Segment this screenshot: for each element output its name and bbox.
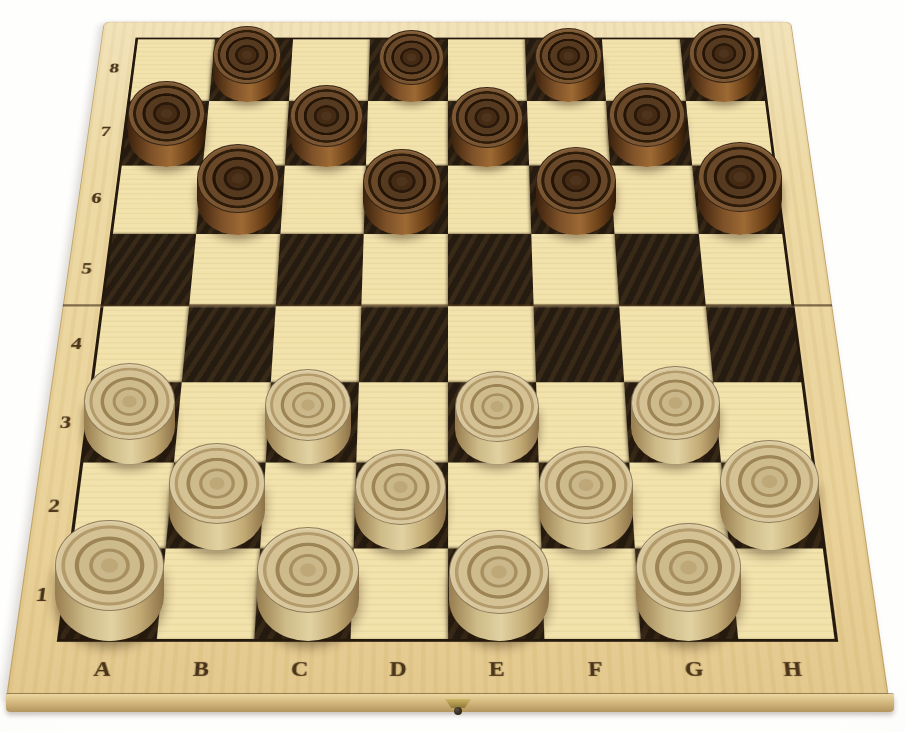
board-wrapper: 87654321 ABCDEFGH <box>0 0 905 732</box>
square-d3[interactable] <box>356 382 447 463</box>
square-c5[interactable] <box>276 234 364 306</box>
board-front-edge <box>6 694 894 712</box>
square-g6[interactable] <box>610 166 698 234</box>
square-g4[interactable] <box>619 306 712 382</box>
square-e6[interactable] <box>448 166 532 234</box>
square-c6[interactable] <box>280 166 366 234</box>
square-h3[interactable] <box>713 382 812 463</box>
checkers-board: 87654321 ABCDEFGH <box>6 22 889 699</box>
square-g8[interactable] <box>602 39 685 100</box>
board-hinge-seam <box>63 304 833 306</box>
square-d1[interactable] <box>351 548 448 639</box>
square-a6[interactable] <box>113 166 203 234</box>
square-e3[interactable] <box>448 382 539 463</box>
square-a1[interactable] <box>61 548 167 639</box>
square-g2[interactable] <box>630 463 729 549</box>
square-a8[interactable] <box>130 39 215 100</box>
square-f2[interactable] <box>539 463 636 549</box>
square-a7[interactable] <box>122 101 210 166</box>
square-h2[interactable] <box>721 463 823 549</box>
square-c3[interactable] <box>265 382 359 463</box>
file-label: H <box>741 645 845 694</box>
square-f6[interactable] <box>529 166 615 234</box>
square-h7[interactable] <box>686 101 774 166</box>
square-h6[interactable] <box>692 166 782 234</box>
file-labels: ABCDEFGH <box>50 645 845 694</box>
file-label: D <box>348 645 447 694</box>
square-d4[interactable] <box>359 306 447 382</box>
square-h4[interactable] <box>705 306 801 382</box>
photo-background: 87654321 ABCDEFGH <box>0 0 905 732</box>
square-b1[interactable] <box>157 548 260 639</box>
file-label: B <box>149 645 252 694</box>
square-d8[interactable] <box>368 39 447 100</box>
square-a5[interactable] <box>104 234 197 306</box>
file-label: F <box>545 645 646 694</box>
square-b6[interactable] <box>197 166 285 234</box>
square-e7[interactable] <box>448 101 529 166</box>
square-g1[interactable] <box>635 548 738 639</box>
square-a2[interactable] <box>72 463 174 549</box>
square-c7[interactable] <box>285 101 369 166</box>
square-g7[interactable] <box>606 101 692 166</box>
square-d5[interactable] <box>362 234 448 306</box>
square-c2[interactable] <box>260 463 357 549</box>
file-label: A <box>50 645 154 694</box>
square-e4[interactable] <box>448 306 536 382</box>
square-g5[interactable] <box>615 234 706 306</box>
file-label: G <box>643 645 746 694</box>
square-e2[interactable] <box>448 463 542 549</box>
square-e1[interactable] <box>448 548 545 639</box>
square-h8[interactable] <box>680 39 765 100</box>
square-b2[interactable] <box>166 463 265 549</box>
board-grid <box>57 38 838 642</box>
square-b3[interactable] <box>174 382 270 463</box>
square-e8[interactable] <box>448 39 527 100</box>
file-label: E <box>448 645 547 694</box>
square-b5[interactable] <box>190 234 281 306</box>
latch-pin <box>454 707 462 715</box>
file-label: C <box>249 645 350 694</box>
square-f3[interactable] <box>536 382 630 463</box>
square-h1[interactable] <box>729 548 835 639</box>
square-c1[interactable] <box>254 548 354 639</box>
square-f1[interactable] <box>541 548 641 639</box>
square-a3[interactable] <box>83 382 182 463</box>
square-g3[interactable] <box>624 382 720 463</box>
square-c8[interactable] <box>289 39 370 100</box>
square-b4[interactable] <box>182 306 275 382</box>
square-a4[interactable] <box>94 306 190 382</box>
square-f7[interactable] <box>527 101 611 166</box>
square-d6[interactable] <box>364 166 448 234</box>
square-f8[interactable] <box>525 39 606 100</box>
square-h5[interactable] <box>698 234 791 306</box>
square-c4[interactable] <box>271 306 362 382</box>
square-f4[interactable] <box>533 306 624 382</box>
square-e5[interactable] <box>448 234 534 306</box>
square-d2[interactable] <box>354 463 448 549</box>
square-b8[interactable] <box>209 39 292 100</box>
square-f5[interactable] <box>531 234 619 306</box>
square-d7[interactable] <box>366 101 447 166</box>
square-b7[interactable] <box>203 101 289 166</box>
